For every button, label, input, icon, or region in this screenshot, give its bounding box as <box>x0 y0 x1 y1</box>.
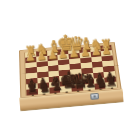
white-knight: ♞ <box>35 42 47 57</box>
square-d4 <box>69 63 80 69</box>
square-e4 <box>58 64 69 70</box>
white-queen: ♛ <box>67 34 79 54</box>
white-bishop: ♝ <box>45 39 57 56</box>
chess-board: ♜♞♝♚♛♝♞♜♟♟♟♟♟♟♟♟♟♟♟♟♟♟♟♟♜♞♝♚♛♝♞♜ <box>19 42 122 98</box>
white-bishop: ♝ <box>78 36 90 53</box>
square-a4 <box>102 60 114 66</box>
white-rook: ♜ <box>100 37 112 51</box>
white-rook: ♜ <box>24 44 36 58</box>
white-knight: ♞ <box>89 37 101 52</box>
product-photo: ♜♞♝♚♛♝♞♜♟♟♟♟♟♟♟♟♟♟♟♟♟♟♟♟♜♞♝♚♛♝♞♜ <box>0 0 140 140</box>
square-f4 <box>48 65 59 71</box>
metal-clasp-icon <box>90 93 99 100</box>
square-b4 <box>91 61 103 67</box>
square-c4 <box>80 62 92 68</box>
square-g4 <box>37 66 48 72</box>
square-h4 <box>26 67 37 73</box>
white-king: ♚ <box>56 33 69 55</box>
board-tilt-wrapper: ♜♞♝♚♛♝♞♜♟♟♟♟♟♟♟♟♟♟♟♟♟♟♟♟♜♞♝♚♛♝♞♜ <box>18 36 119 106</box>
